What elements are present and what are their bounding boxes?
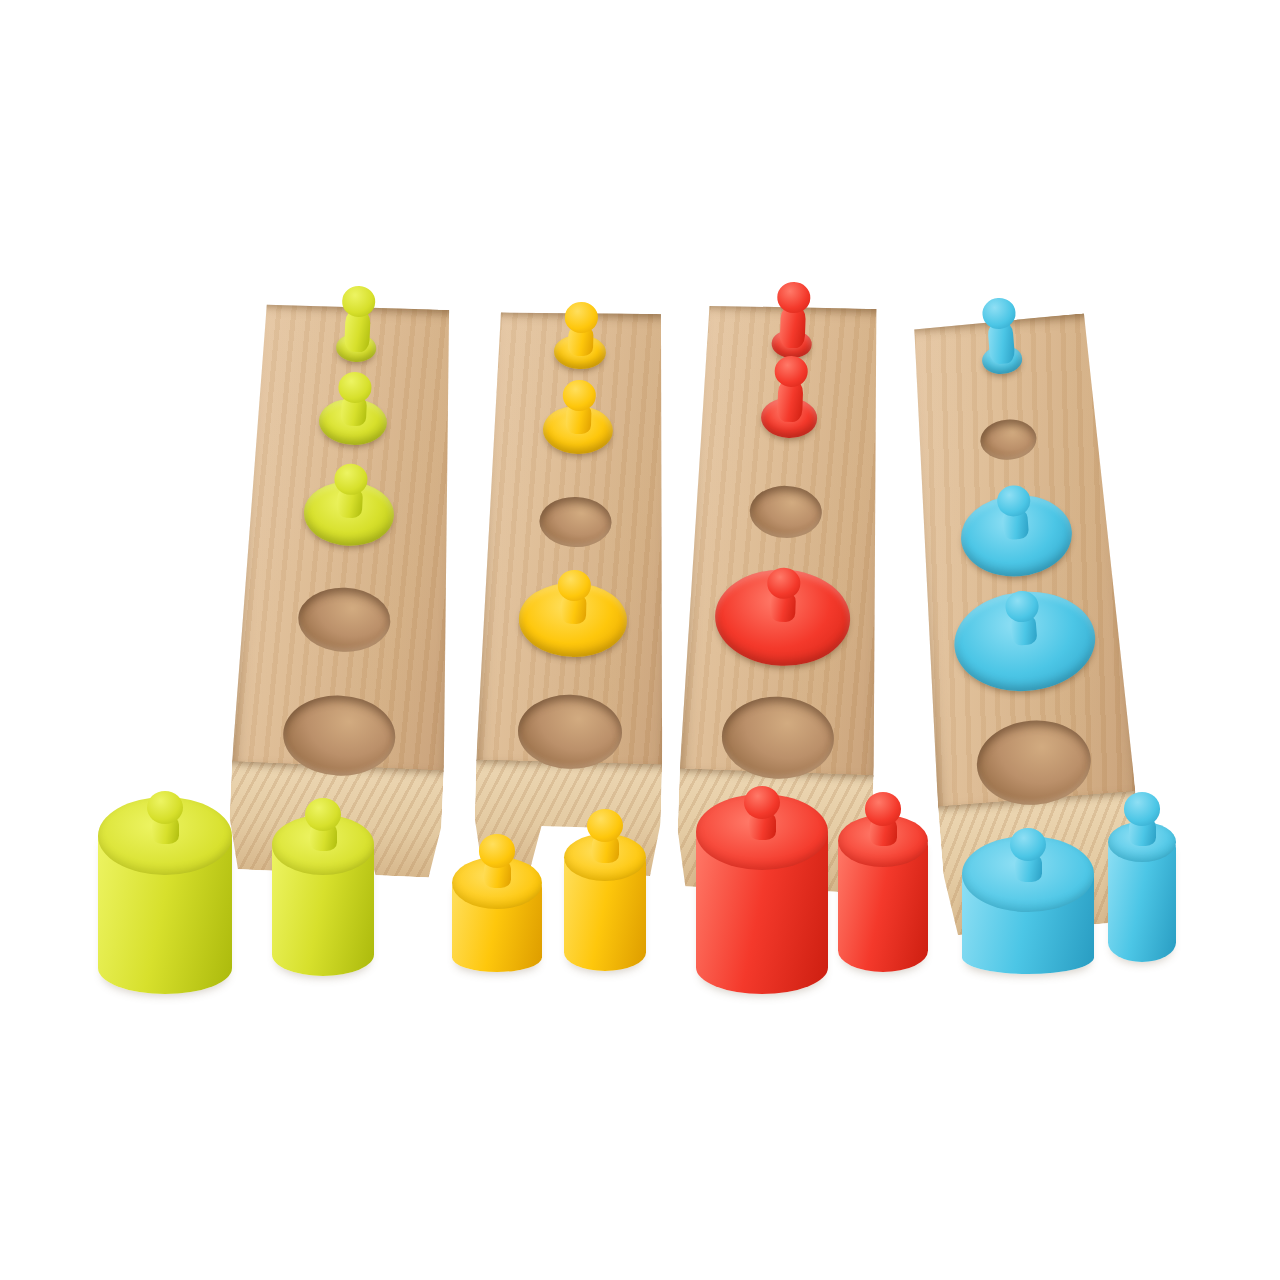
red-cylinder-in-socket-1-knob-ball [776, 282, 810, 313]
green-large-tall-knob-ball [147, 791, 183, 824]
green-cylinder-in-socket-3-knob-ball [333, 463, 367, 495]
red-cylinder-in-socket-2-knob-ball [774, 356, 808, 387]
yellow-small-squat-knob-ball [479, 834, 515, 867]
loose-cylinder-yellow-small-squat [452, 880, 542, 972]
green-cylinder-in-socket-1-knob-ball [341, 286, 375, 318]
blue-narrow-tall-knob-ball [1124, 792, 1160, 825]
loose-cylinder-blue-wide-flat [962, 870, 1094, 974]
loose-cylinder-yellow-medium [564, 855, 646, 971]
yellow-cylinder-in-socket-4-knob-ball [557, 570, 591, 601]
loose-cylinder-green-large-tall [98, 832, 232, 994]
loose-cylinder-green-medium [272, 842, 374, 976]
cylinder-block-yellow [473, 310, 674, 879]
cylinder-block-green [227, 301, 464, 880]
red-cylinder-in-socket-4-knob-ball [766, 567, 800, 598]
loose-cylinder-red-large-tall [696, 828, 828, 994]
product-photo-stage [0, 0, 1280, 1280]
green-medium-knob-ball [305, 798, 341, 831]
loose-cylinder-blue-narrow-tall [1108, 840, 1176, 962]
loose-cylinder-red-medium [838, 838, 928, 972]
yellow-medium-knob-ball [587, 809, 623, 842]
yellow-cylinder-in-socket-1-knob-ball [564, 302, 598, 333]
yellow-cylinder-in-socket-2-knob-ball [562, 380, 596, 411]
green-cylinder-in-socket-2-knob-ball [337, 371, 371, 403]
red-medium-knob-ball [865, 792, 901, 825]
